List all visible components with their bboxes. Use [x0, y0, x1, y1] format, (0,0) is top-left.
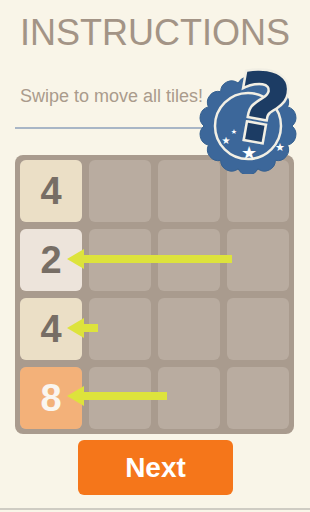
arrow-shaft — [84, 392, 167, 400]
swipe-left-arrow — [67, 318, 98, 338]
page-title: INSTRUCTIONS — [0, 13, 310, 54]
board-cell — [227, 229, 289, 291]
arrow-head-icon — [67, 318, 84, 338]
arrow-head-icon — [67, 249, 84, 269]
instruction-text: Swipe to move all tiles! — [20, 86, 203, 107]
arrow-shaft — [84, 255, 232, 263]
arrow-shaft — [84, 324, 98, 332]
question-mark-badge-icon: ★ ★ ★ ★ ? — [198, 62, 310, 174]
underline-divider — [15, 127, 207, 129]
board-cell: 4 — [20, 160, 82, 222]
board-cell — [227, 367, 289, 429]
tile-4: 4 — [20, 160, 82, 222]
board-cell — [89, 298, 151, 360]
swipe-left-arrow — [67, 386, 167, 406]
game-board: 4 2 4 8 — [15, 155, 294, 434]
board-cell — [89, 160, 151, 222]
board-cell — [227, 298, 289, 360]
arrow-head-icon — [67, 386, 84, 406]
bottom-divider — [0, 508, 310, 510]
board-cell — [158, 367, 220, 429]
next-button[interactable]: Next — [78, 440, 233, 495]
swipe-left-arrow — [67, 249, 232, 269]
instructions-screen: INSTRUCTIONS Swipe to move all tiles! 4 … — [0, 0, 310, 512]
board-cell — [158, 298, 220, 360]
